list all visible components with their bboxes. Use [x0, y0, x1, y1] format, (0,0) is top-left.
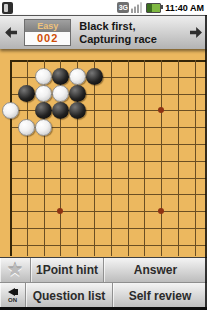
screen-right-edge [205, 15, 207, 310]
next-problem-button[interactable] [190, 26, 202, 39]
question-list-label: Question list [33, 289, 106, 303]
hint-button-label: 1Point hint [36, 263, 98, 277]
white-stone[interactable] [52, 85, 69, 102]
status-bar: 3G 11:40 AM [0, 0, 207, 15]
black-stone[interactable] [86, 68, 103, 85]
grid-vertical-line [94, 60, 95, 256]
answer-button[interactable]: Answer [104, 258, 207, 282]
grid-vertical-line [111, 60, 112, 256]
answer-button-label: Answer [134, 263, 177, 277]
grid-vertical-line [178, 60, 179, 256]
mobile-data-3g-icon: 3G [117, 2, 129, 13]
black-stone[interactable] [69, 102, 86, 119]
black-stone[interactable] [52, 68, 69, 85]
problem-header: Easy 002 Black first, Capturing race [0, 15, 207, 49]
self-review-label: Self review [129, 289, 192, 303]
self-review-button[interactable]: Self review [113, 283, 207, 308]
toolbar-row-1: ★ 1Point hint Answer [0, 258, 207, 283]
sound-toggle-button[interactable]: ON [0, 283, 26, 308]
grid-horizontal-line [10, 194, 206, 195]
toolbar: ★ 1Point hint Answer ON Question list Se… [0, 257, 207, 307]
sd-card-icon [2, 2, 13, 14]
star-icon: ★ [8, 262, 22, 278]
grid-horizontal-line [10, 161, 206, 162]
favorite-button[interactable]: ★ [0, 258, 31, 282]
white-stone[interactable] [69, 68, 86, 85]
white-stone[interactable] [2, 102, 19, 119]
grid-horizontal-line [10, 228, 206, 229]
black-stone[interactable] [18, 85, 35, 102]
white-stone[interactable] [18, 119, 35, 136]
grid-vertical-line [144, 60, 145, 256]
sound-state-label: ON [8, 297, 17, 303]
battery-icon [146, 3, 161, 13]
black-stone[interactable] [35, 102, 52, 119]
goban[interactable] [0, 48, 207, 257]
grid-horizontal-line [10, 60, 206, 62]
problem-badge: Easy 002 [24, 19, 71, 46]
question-list-button[interactable]: Question list [26, 283, 113, 308]
problem-number: 002 [25, 32, 70, 45]
grid-vertical-line [161, 60, 162, 256]
black-stone[interactable] [52, 102, 69, 119]
signal-strength-icon [131, 2, 143, 13]
star-point [57, 208, 63, 214]
hint-button[interactable]: 1Point hint [31, 258, 104, 282]
difficulty-label: Easy [25, 20, 70, 32]
speaker-icon [8, 288, 18, 296]
previous-problem-button[interactable] [5, 26, 17, 39]
white-stone[interactable] [35, 85, 52, 102]
star-point [158, 107, 164, 113]
white-stone[interactable] [35, 119, 52, 136]
grid-vertical-line [10, 60, 12, 256]
clock-text: 11:40 AM [165, 3, 204, 13]
grid-horizontal-line [10, 144, 206, 145]
white-stone[interactable] [35, 68, 52, 85]
grid-vertical-line [128, 60, 129, 256]
grid-vertical-line [195, 60, 196, 256]
grid-horizontal-line [10, 178, 206, 179]
problem-title: Black first, Capturing race [79, 20, 190, 46]
app-screen: 3G 11:40 AM Easy 002 Black first, Captur… [0, 0, 207, 310]
black-stone[interactable] [69, 85, 86, 102]
grid-horizontal-line [10, 245, 206, 246]
star-point [158, 208, 164, 214]
grid-horizontal-line [10, 211, 206, 212]
toolbar-row-2: ON Question list Self review [0, 283, 207, 308]
